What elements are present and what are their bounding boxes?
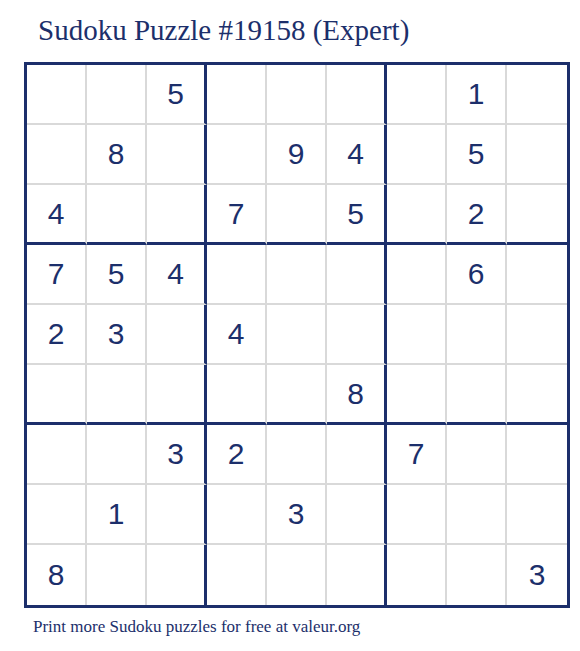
cell-r3c2[interactable] [87,185,147,245]
cell-r6c2[interactable] [87,365,147,425]
cell-r5c3[interactable] [147,305,207,365]
cell-r2c9[interactable] [507,125,567,185]
cell-r3c7[interactable] [387,185,447,245]
sudoku-board: 5189454752754623483271383 [24,62,570,608]
cell-r6c4[interactable] [207,365,267,425]
cell-r1c5[interactable] [267,65,327,125]
cell-r5c8[interactable] [447,305,507,365]
cell-r5c5[interactable] [267,305,327,365]
cell-r8c5[interactable]: 3 [267,485,327,545]
cell-r8c7[interactable] [387,485,447,545]
cell-r5c4[interactable]: 4 [207,305,267,365]
cell-r3c3[interactable] [147,185,207,245]
cell-r7c7[interactable]: 7 [387,425,447,485]
cell-r7c8[interactable] [447,425,507,485]
cell-r2c3[interactable] [147,125,207,185]
cell-r9c7[interactable] [387,545,447,605]
cell-r8c1[interactable] [27,485,87,545]
cell-r6c9[interactable] [507,365,567,425]
cell-r8c4[interactable] [207,485,267,545]
cell-r6c7[interactable] [387,365,447,425]
cell-r2c8[interactable]: 5 [447,125,507,185]
cell-r3c1[interactable]: 4 [27,185,87,245]
cell-r4c5[interactable] [267,245,327,305]
cell-r8c3[interactable] [147,485,207,545]
cell-r4c4[interactable] [207,245,267,305]
cell-r7c6[interactable] [327,425,387,485]
cell-r1c1[interactable] [27,65,87,125]
cell-r5c6[interactable] [327,305,387,365]
cell-r7c9[interactable] [507,425,567,485]
cell-r1c7[interactable] [387,65,447,125]
page-title: Sudoku Puzzle #19158 (Expert) [38,14,409,47]
cell-r9c3[interactable] [147,545,207,605]
cell-r4c7[interactable] [387,245,447,305]
cell-r8c9[interactable] [507,485,567,545]
cell-r7c1[interactable] [27,425,87,485]
cell-r9c9[interactable]: 3 [507,545,567,605]
cell-r3c5[interactable] [267,185,327,245]
cell-r1c2[interactable] [87,65,147,125]
cell-r3c8[interactable]: 2 [447,185,507,245]
cell-r2c2[interactable]: 8 [87,125,147,185]
cell-r9c1[interactable]: 8 [27,545,87,605]
cell-r8c6[interactable] [327,485,387,545]
cell-r8c8[interactable] [447,485,507,545]
cell-r6c5[interactable] [267,365,327,425]
cell-r1c4[interactable] [207,65,267,125]
cell-r1c9[interactable] [507,65,567,125]
cell-r9c6[interactable] [327,545,387,605]
cell-r7c4[interactable]: 2 [207,425,267,485]
cell-r4c2[interactable]: 5 [87,245,147,305]
cell-r2c1[interactable] [27,125,87,185]
footer-note: Print more Sudoku puzzles for free at va… [33,617,360,637]
cell-r6c1[interactable] [27,365,87,425]
cell-r6c3[interactable] [147,365,207,425]
cell-r6c6[interactable]: 8 [327,365,387,425]
cell-r5c2[interactable]: 3 [87,305,147,365]
cell-r4c3[interactable]: 4 [147,245,207,305]
cell-r2c7[interactable] [387,125,447,185]
cell-r9c2[interactable] [87,545,147,605]
cell-r7c5[interactable] [267,425,327,485]
cell-r2c5[interactable]: 9 [267,125,327,185]
cell-r2c6[interactable]: 4 [327,125,387,185]
cell-r4c8[interactable]: 6 [447,245,507,305]
cell-r7c3[interactable]: 3 [147,425,207,485]
cell-r5c1[interactable]: 2 [27,305,87,365]
cell-r1c3[interactable]: 5 [147,65,207,125]
cell-r3c9[interactable] [507,185,567,245]
cell-r8c2[interactable]: 1 [87,485,147,545]
cell-r5c9[interactable] [507,305,567,365]
cell-r1c8[interactable]: 1 [447,65,507,125]
cell-r9c4[interactable] [207,545,267,605]
cell-r5c7[interactable] [387,305,447,365]
cell-r4c9[interactable] [507,245,567,305]
cell-r6c8[interactable] [447,365,507,425]
cell-r3c6[interactable]: 5 [327,185,387,245]
cell-r9c8[interactable] [447,545,507,605]
cell-r3c4[interactable]: 7 [207,185,267,245]
cell-r4c6[interactable] [327,245,387,305]
cell-r1c6[interactable] [327,65,387,125]
cell-r9c5[interactable] [267,545,327,605]
cell-r7c2[interactable] [87,425,147,485]
cell-r4c1[interactable]: 7 [27,245,87,305]
cell-r2c4[interactable] [207,125,267,185]
